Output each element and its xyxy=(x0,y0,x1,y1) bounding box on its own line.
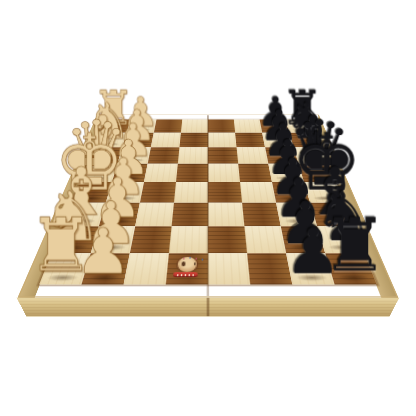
square-e5[interactable] xyxy=(208,182,242,203)
square-h5[interactable] xyxy=(208,253,250,284)
badge-ribbon xyxy=(173,272,198,278)
square-h4[interactable] xyxy=(166,253,208,284)
square-a4[interactable] xyxy=(181,119,208,132)
square-f5[interactable] xyxy=(208,203,244,227)
square-b5[interactable] xyxy=(208,133,237,148)
board-frame: ♜♟♟♜♞♟♟♞♝♟♟♝♛♟♟♛♚♟♟♚♝♟♟♝♞♟♟♞♜♟♟♜ xyxy=(18,115,399,298)
chess-set-photo: ♜♟♟♜♞♟♟♞♝♟♟♝♛♟♟♛♚♟♟♚♝♟♟♝♞♟♟♞♜♟♟♜ xyxy=(0,0,416,416)
square-c5[interactable] xyxy=(208,147,238,163)
square-h8[interactable]: ♜ xyxy=(325,253,377,284)
badge-disc xyxy=(176,256,199,273)
box-front-side xyxy=(16,297,399,317)
box-fold-seam xyxy=(207,297,210,316)
square-g5[interactable] xyxy=(208,226,247,253)
square-h2[interactable]: ♟ xyxy=(81,253,129,284)
badge-decoration xyxy=(183,258,185,260)
square-d5[interactable] xyxy=(208,164,240,182)
perspective-scene: ♜♟♟♜♞♟♟♞♝♟♟♝♛♟♟♛♚♟♟♚♝♟♟♝♞♟♟♞♜♟♟♜ xyxy=(0,0,416,416)
square-g4[interactable] xyxy=(169,226,208,253)
black-rook[interactable]: ♜ xyxy=(322,209,388,282)
square-c4[interactable] xyxy=(178,147,208,163)
white-pawn[interactable]: ♟ xyxy=(75,219,131,282)
badge-mascots xyxy=(181,261,185,266)
square-f4[interactable] xyxy=(172,203,208,227)
brand-badge xyxy=(172,256,199,279)
square-b4[interactable] xyxy=(179,133,208,148)
square-e4[interactable] xyxy=(174,182,208,203)
square-d4[interactable] xyxy=(176,164,208,182)
square-a5[interactable] xyxy=(208,119,235,132)
chess-board: ♜♟♟♜♞♟♟♞♝♟♟♝♛♟♟♛♚♟♟♚♝♟♟♝♞♟♟♞♜♟♟♜ xyxy=(18,115,399,298)
badge-ribbon-text xyxy=(177,274,194,276)
